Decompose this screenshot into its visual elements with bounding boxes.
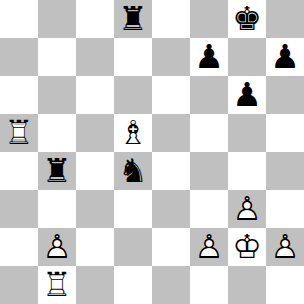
piece-black-pawn: ♟ (228, 76, 266, 114)
square-f1[interactable] (190, 266, 228, 304)
square-g4[interactable] (228, 152, 266, 190)
square-e4[interactable] (152, 152, 190, 190)
square-f2[interactable]: ♟♙ (190, 228, 228, 266)
square-a5[interactable]: ♜♖ (0, 114, 38, 152)
chess-board: ♜♚♟♟♟♜♖♝♗♜♞♟♙♟♙♟♙♚♔♟♙♜♖ (0, 0, 304, 304)
piece-black-pawn: ♟ (190, 38, 228, 76)
square-d8[interactable]: ♜ (114, 0, 152, 38)
square-d5[interactable]: ♝♗ (114, 114, 152, 152)
square-h3[interactable] (266, 190, 304, 228)
square-a3[interactable] (0, 190, 38, 228)
square-e7[interactable] (152, 38, 190, 76)
square-a4[interactable] (0, 152, 38, 190)
piece-white-pawn: ♟♙ (190, 228, 228, 266)
square-c8[interactable] (76, 0, 114, 38)
square-h1[interactable] (266, 266, 304, 304)
piece-black-rook: ♜ (114, 0, 152, 38)
square-e8[interactable] (152, 0, 190, 38)
square-b6[interactable] (38, 76, 76, 114)
square-c1[interactable] (76, 266, 114, 304)
square-e2[interactable] (152, 228, 190, 266)
piece-white-pawn: ♟♙ (228, 190, 266, 228)
square-f7[interactable]: ♟ (190, 38, 228, 76)
piece-white-rook: ♜♖ (0, 114, 38, 152)
square-d6[interactable] (114, 76, 152, 114)
piece-white-bishop: ♝♗ (114, 114, 152, 152)
square-g5[interactable] (228, 114, 266, 152)
square-a2[interactable] (0, 228, 38, 266)
square-b5[interactable] (38, 114, 76, 152)
square-h6[interactable] (266, 76, 304, 114)
white-pawn-outline: ♙ (228, 190, 266, 228)
square-g6[interactable]: ♟ (228, 76, 266, 114)
white-rook-outline: ♖ (38, 266, 76, 304)
square-a6[interactable] (0, 76, 38, 114)
white-rook-outline: ♖ (0, 114, 38, 152)
square-d1[interactable] (114, 266, 152, 304)
square-g3[interactable]: ♟♙ (228, 190, 266, 228)
square-d4[interactable]: ♞ (114, 152, 152, 190)
square-h2[interactable]: ♟♙ (266, 228, 304, 266)
square-d7[interactable] (114, 38, 152, 76)
square-a7[interactable] (0, 38, 38, 76)
piece-white-pawn: ♟♙ (38, 228, 76, 266)
square-b2[interactable]: ♟♙ (38, 228, 76, 266)
square-e1[interactable] (152, 266, 190, 304)
square-g2[interactable]: ♚♔ (228, 228, 266, 266)
square-b8[interactable] (38, 0, 76, 38)
square-f8[interactable] (190, 0, 228, 38)
square-c5[interactable] (76, 114, 114, 152)
square-c7[interactable] (76, 38, 114, 76)
square-f5[interactable] (190, 114, 228, 152)
square-g1[interactable] (228, 266, 266, 304)
square-d3[interactable] (114, 190, 152, 228)
square-e6[interactable] (152, 76, 190, 114)
piece-black-rook: ♜ (38, 152, 76, 190)
square-b7[interactable] (38, 38, 76, 76)
square-a1[interactable] (0, 266, 38, 304)
square-h7[interactable]: ♟ (266, 38, 304, 76)
square-g7[interactable] (228, 38, 266, 76)
square-e3[interactable] (152, 190, 190, 228)
square-f6[interactable] (190, 76, 228, 114)
square-h4[interactable] (266, 152, 304, 190)
white-king-outline: ♔ (228, 228, 266, 266)
square-c6[interactable] (76, 76, 114, 114)
piece-black-pawn: ♟ (266, 38, 304, 76)
square-h5[interactable] (266, 114, 304, 152)
square-e5[interactable] (152, 114, 190, 152)
white-pawn-outline: ♙ (266, 228, 304, 266)
piece-white-rook: ♜♖ (38, 266, 76, 304)
square-c4[interactable] (76, 152, 114, 190)
square-b4[interactable]: ♜ (38, 152, 76, 190)
white-pawn-outline: ♙ (190, 228, 228, 266)
square-f4[interactable] (190, 152, 228, 190)
piece-white-pawn: ♟♙ (266, 228, 304, 266)
square-a8[interactable] (0, 0, 38, 38)
white-bishop-outline: ♗ (114, 114, 152, 152)
piece-black-knight: ♞ (114, 152, 152, 190)
white-pawn-outline: ♙ (38, 228, 76, 266)
square-g8[interactable]: ♚ (228, 0, 266, 38)
square-b1[interactable]: ♜♖ (38, 266, 76, 304)
piece-white-king: ♚♔ (228, 228, 266, 266)
square-h8[interactable] (266, 0, 304, 38)
piece-black-king: ♚ (228, 0, 266, 38)
square-d2[interactable] (114, 228, 152, 266)
square-c2[interactable] (76, 228, 114, 266)
square-b3[interactable] (38, 190, 76, 228)
square-f3[interactable] (190, 190, 228, 228)
square-c3[interactable] (76, 190, 114, 228)
